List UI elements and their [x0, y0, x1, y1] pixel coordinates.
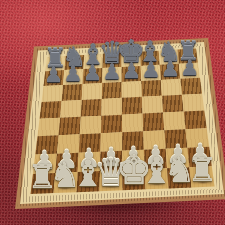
- rank-label-left-6: 6: [35, 97, 38, 101]
- piece-black-pawn-f7: ♟: [141, 59, 160, 80]
- photo-chess-set: abcdefgh8765432187654321♜♞♝♛♚♝♞♜♟♟♟♟♟♟♟♟…: [0, 0, 225, 225]
- rank-label-left-8: 8: [39, 62, 42, 66]
- rank-label-right-3: 3: [213, 144, 216, 148]
- piece-black-pawn-b7: ♟: [64, 63, 83, 84]
- rank-label-right-8: 8: [201, 53, 204, 57]
- file-label-g: g: [182, 190, 185, 195]
- rank-label-left-3: 3: [30, 151, 33, 155]
- rank-label-right-5: 5: [208, 107, 211, 111]
- rank-label-left-5: 5: [33, 115, 36, 119]
- rank-label-right-4: 4: [210, 125, 213, 129]
- file-label-b: b: [60, 196, 63, 201]
- piece-black-pawn-c7: ♟: [83, 62, 102, 83]
- file-label-f: f: [158, 192, 160, 197]
- rank-label-right-1: 1: [218, 180, 221, 184]
- rank-label-left-7: 7: [37, 80, 40, 84]
- piece-black-pawn-h7: ♟: [180, 57, 199, 78]
- rank-label-right-6: 6: [206, 89, 209, 93]
- file-label-a: a: [36, 197, 39, 202]
- file-label-h: h: [206, 189, 209, 194]
- file-label-c: c: [85, 195, 88, 200]
- piece-black-pawn-a7: ♟: [44, 64, 63, 85]
- rank-label-right-7: 7: [203, 71, 206, 75]
- piece-black-pawn-g7: ♟: [161, 58, 180, 79]
- piece-white-rook-h1: ♜: [188, 154, 217, 187]
- rank-label-left-4: 4: [32, 133, 35, 137]
- piece-black-pawn-e7: ♟: [122, 60, 141, 81]
- piece-black-pawn-d7: ♟: [102, 61, 121, 82]
